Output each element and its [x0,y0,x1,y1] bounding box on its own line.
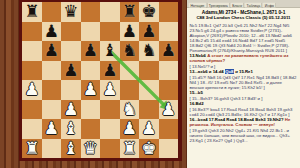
square-d6[interactable]: ♟ [81,41,101,61]
white-king-g1: ♚ [141,139,156,159]
board-frame-wood: ♜♛♜♚♟♟♟♟♟♝♞♞♟♟♟♟♟♟♟♞♟♟♝♟♟♜♝♛♜♚ [0,0,187,168]
move-text: [ 16.Be3?! bxa4 17.Rxa4 Rxa4 18.Bxa4 Bxh… [190,107,293,117]
white-pawn-f2: ♟ [122,119,137,139]
square-e1[interactable] [100,139,120,159]
square-c3[interactable]: ♟ [61,100,81,120]
black-pawn-c5: ♟ [63,61,78,81]
square-a4[interactable]: ♟ [22,80,42,100]
square-d5[interactable] [81,61,101,81]
notation-tab-4[interactable]: Таблица [245,3,263,8]
black-knight-g6: ♞ [141,41,156,61]
notation-paragraph-5: [ 15.d5?! Nb8 16.Qd3 Qd7 17.Re1 Ng4 18.B… [190,75,298,90]
square-a6[interactable] [22,41,42,61]
move-text: Nc5 19.Bc1 Qd7 20.b3 Qe6 21.Nh2 Ne7 22.N… [190,23,292,53]
square-h7[interactable] [159,22,179,42]
square-h6[interactable]: ♟ [159,41,179,61]
square-c7[interactable] [61,22,81,42]
notation-paragraph-7: [ 15...Bxh3? 16.gxh3 Qxh3 17.Bd3! и ] [190,96,298,101]
square-g2[interactable]: ♟ [139,119,159,139]
square-e5[interactable]: ♟ [100,61,120,81]
square-b7[interactable]: ♟ [42,22,62,42]
white-pawn-c3: ♟ [63,100,78,120]
move-text: [ 15...Bxh3? 16.gxh3 Qxh3 17.Bd3! и ] [190,96,263,101]
square-g1[interactable]: ♚ [139,139,159,159]
move-text: 16.Bd2 [190,101,204,106]
square-h1[interactable] [159,139,179,159]
move-text: [ 15.d5?! Nb8 16.Qd3 Qd7 17.Re1 Ng4 18.B… [190,75,297,90]
square-e6[interactable]: ♝ [100,41,120,61]
move-text: 13...axb6 и 14.d4 [190,69,225,74]
notation-panel: НотацияТренировкаБланкТаблицаИнфо Adams,… [187,0,300,168]
black-pawn-g7: ♟ [141,22,156,42]
white-rook-f1: ♜ [122,139,137,159]
black-pawn-b6: ♟ [44,41,59,61]
black-knight-f6: ♞ [122,41,137,61]
square-f3[interactable]: ♞ [120,100,140,120]
white-pawn-g2: ♟ [141,119,156,139]
square-a5[interactable] [22,61,42,81]
square-g7[interactable]: ♟ [139,22,159,42]
square-h2[interactable] [159,119,179,139]
square-d7[interactable] [81,22,101,42]
square-d1[interactable]: ♛ [81,139,101,159]
white-queen-d1: ♛ [83,139,98,159]
square-b6[interactable]: ♟ [42,41,62,61]
black-rook-a8: ♜ [24,2,39,22]
white-knight-f3: ♞ [122,100,137,120]
black-pawn-h6: ♟ [161,41,176,61]
square-b4[interactable] [42,80,62,100]
square-d4[interactable]: ♟ [81,80,101,100]
square-e3[interactable] [100,100,120,120]
square-c5[interactable]: ♟ [61,61,81,81]
square-f4[interactable] [120,80,140,100]
square-g3[interactable] [139,100,159,120]
square-g4[interactable] [139,80,159,100]
square-b8[interactable] [42,2,62,22]
white-pawn-d4: ♟ [83,80,98,100]
square-c4[interactable] [61,80,81,100]
square-d8[interactable] [81,2,101,22]
notation-paragraph-1: Nc5 19.Bc1 Qd7 20.b3 Qe6 21.Nh2 Ne7 22.N… [190,23,298,53]
black-bishop-e6: ♝ [102,41,117,61]
square-a2[interactable] [22,119,42,139]
square-f1[interactable]: ♜ [120,139,140,159]
square-c2[interactable]: ♝ [61,119,81,139]
move-text: и 15.Re1 [234,69,253,74]
square-g8[interactable]: ♚ [139,2,159,22]
notation-tabbar: НотацияТренировкаБланкТаблицаИнфо [187,0,300,8]
event-line: C88 3rd London Chess Classic (5) 05.12.2… [190,15,297,20]
white-bishop-c1: ♝ [63,139,78,159]
square-b1[interactable] [42,139,62,159]
notation-paragraph-11: [ 19.gxh3 Qxh3 20.Nh2 Qg4+ 21.Kf1 Nh4 22… [190,128,298,143]
square-a7[interactable] [22,22,42,42]
game-header: Adams,Mi 2734 - McShane,L 2671 0-1 C88 3… [187,8,300,21]
square-d2[interactable] [81,119,101,139]
white-pawn-h3: ♟ [161,100,176,120]
black-pawn-b7: ♟ [44,22,59,42]
square-e7[interactable] [100,22,120,42]
chess-board[interactable]: ♜♛♜♚♟♟♟♟♟♝♞♞♟♟♟♟♟♟♟♞♟♟♝♟♟♜♝♛♜♚ [22,2,178,158]
square-g5[interactable] [139,61,159,81]
notation-tab-3[interactable]: Бланк [230,3,244,8]
square-a8[interactable]: ♜ [22,2,42,22]
black-pawn-d6: ♟ [83,41,98,61]
black-pawn-f7: ♟ [122,22,137,42]
notation-tab-5[interactable]: Инфо [263,3,276,8]
square-b2[interactable]: ♟ [42,119,62,139]
notation-paragraph-10: 16...bxa4 17.Rxa4 Rxa4 18.Bxa4 Bxh3 19.N… [190,117,298,127]
white-pawn-e4: ♟ [102,80,117,100]
square-c8[interactable]: ♛ [61,2,81,22]
square-h4[interactable] [159,80,179,100]
notation-paragraph-4: 13...axb6 и 14.d4 Qc8 и 15.Re1 [190,69,298,74]
square-a1[interactable]: ♜ [22,139,42,159]
notation-tab-2[interactable]: Тренировка [207,3,230,8]
notation-paragraph-3: [ 13.Ne5!? и ] [190,64,298,69]
white-bishop-c2: ♝ [63,119,78,139]
square-c1[interactable]: ♝ [61,139,81,159]
square-e2[interactable] [100,119,120,139]
square-f5[interactable] [120,61,140,81]
square-f8[interactable]: ♜ [120,2,140,22]
black-queen-c8: ♛ [63,2,78,22]
square-e8[interactable] [100,2,120,22]
notation-tab-1[interactable]: Нотация [189,3,207,8]
black-rook-f8: ♜ [122,2,137,22]
square-c6[interactable] [61,41,81,61]
white-pawn-a4: ♟ [24,80,39,100]
square-h3[interactable]: ♟ [159,100,179,120]
black-pawn-e5: ♟ [102,61,117,81]
square-h8[interactable] [159,2,179,22]
square-a3[interactable] [22,100,42,120]
chessbase-window: ♜♛♜♚♟♟♟♟♟♝♞♞♟♟♟♟♟♟♟♞♟♟♝♟♟♜♝♛♜♚ НотацияТр… [0,0,300,168]
white-rook-a1: ♜ [24,139,39,159]
square-d3[interactable] [81,100,101,120]
notation-text[interactable]: Nc5 19.Bc1 Qd7 20.b3 Qe6 21.Nh2 Ne7 22.N… [187,21,300,143]
black-king-g8: ♚ [141,2,156,22]
square-e4[interactable]: ♟ [100,80,120,100]
notation-paragraph-9: [ 16.Be3?! bxa4 17.Rxa4 Rxa4 18.Bxa4 Bxh… [190,107,298,117]
notation-paragraph-6: 15...b5 [190,90,298,95]
move-text: [ 19.gxh3 Qxh3 20.Nh2 Qg4+ 21.Kf1 Nh4 22… [190,128,290,143]
square-b3[interactable] [42,100,62,120]
notation-paragraph-8: 16.Bd2 [190,101,298,106]
move-text: 15...b5 [190,90,203,95]
square-f6[interactable]: ♞ [120,41,140,61]
white-pawn-b2: ♟ [44,119,59,139]
square-g6[interactable]: ♞ [139,41,159,61]
notation-paragraph-2: 13.Nxb6 А стоит ли разменивать тупейшего… [190,53,298,63]
square-f2[interactable]: ♟ [120,119,140,139]
move-text: [ 13.Ne5!? и ] [190,64,216,69]
current-move-highlight[interactable]: Qc8 [225,69,234,74]
square-h5[interactable] [159,61,179,81]
square-f7[interactable]: ♟ [120,22,140,42]
square-b5[interactable] [42,61,62,81]
